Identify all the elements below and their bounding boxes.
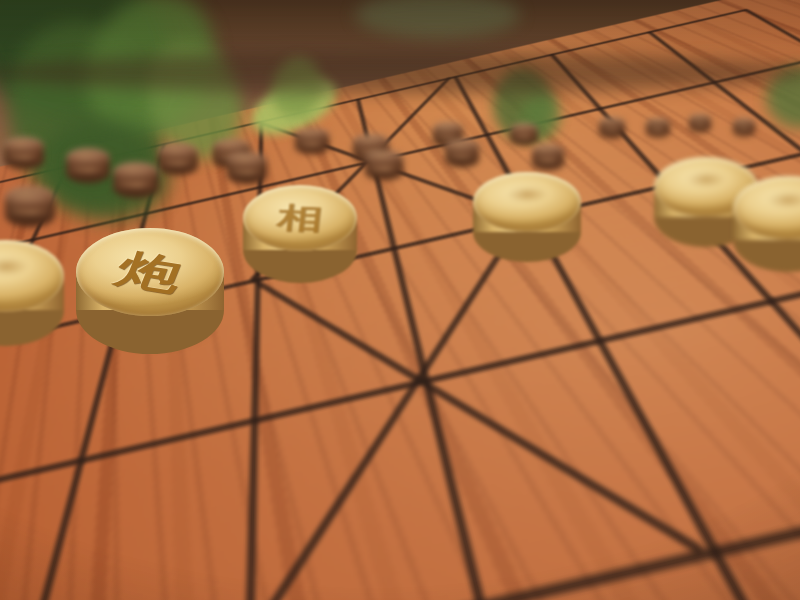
piece-illegible-engraving	[677, 168, 735, 191]
piece-glyph: 士	[667, 337, 768, 400]
piece-engraving-area	[113, 162, 159, 182]
piece-illegible-engraving	[0, 253, 38, 280]
dark-piece-17	[689, 114, 711, 132]
dark-piece-7	[227, 152, 267, 184]
piece-engraving-area	[646, 118, 670, 128]
piece-engraving-area	[689, 114, 711, 124]
piece-engraving-area	[532, 144, 564, 158]
piece-engraving-area	[510, 123, 538, 135]
dark-piece-16	[646, 118, 670, 137]
piece-engraving-area	[353, 134, 389, 150]
piece-engraving-area: 相	[243, 185, 357, 251]
piece-engraving-area: 士	[615, 304, 800, 432]
piece-engraving-area: 馬	[93, 398, 317, 538]
dark-piece-13	[510, 123, 538, 145]
dark-piece-4	[113, 162, 159, 198]
piece-engraving-area: 炮	[76, 228, 224, 316]
piece-illegible-engraving	[497, 183, 557, 206]
xiangqi-photo-scene: 炮相象馬士	[0, 0, 800, 600]
piece-glyph: 馬	[132, 423, 277, 513]
piece-engraving-area	[733, 176, 800, 240]
piece-glyph: 相	[275, 203, 324, 233]
dark-piece-18	[733, 118, 755, 136]
piece-engraving-area	[295, 128, 329, 142]
piece-engraving-area	[66, 148, 110, 168]
piece-engraving-area	[365, 150, 403, 166]
dark-piece-10	[365, 150, 403, 180]
dark-piece-14	[532, 144, 564, 170]
dark-piece-12	[445, 139, 479, 167]
dark-piece-15	[599, 117, 625, 138]
piece-engraving-area	[227, 152, 267, 170]
piece-engraving-area	[0, 240, 64, 312]
piece-illegible-engraving	[757, 188, 800, 212]
piece-glyph: 炮	[111, 248, 189, 296]
piece-engraving-area	[733, 118, 755, 128]
piece-engraving-area	[158, 143, 198, 161]
dark-piece-8	[295, 128, 329, 154]
piece-horse-ma: 馬	[93, 398, 317, 596]
piece-engraving-area	[5, 186, 55, 210]
piece-engraving-area	[473, 172, 581, 232]
piece-engraving-area	[599, 117, 625, 129]
piece-engraving-area	[4, 137, 44, 155]
piece-engraving-area	[0, 478, 72, 558]
dark-piece-2	[66, 148, 110, 183]
piece-engraving-area	[445, 139, 479, 155]
piece-engraving-area: 象	[399, 336, 623, 480]
light-piece-illegible-e	[0, 478, 72, 598]
piece-cannon-pao: 炮	[76, 228, 224, 354]
dark-piece-3	[5, 186, 55, 227]
piece-glyph: 象	[446, 368, 576, 448]
piece-illegible-engraving	[0, 492, 45, 522]
wall-rail-shadow	[0, 52, 800, 94]
dark-piece-5	[158, 143, 198, 175]
piece-engraving-area	[433, 122, 463, 136]
light-piece-illegible-c	[733, 176, 800, 272]
piece-minister-xiang: 相	[243, 185, 357, 283]
light-piece-illegible-d	[0, 240, 64, 346]
light-piece-illegible-a	[473, 172, 581, 262]
piece-elephant-xiang: 象	[399, 336, 623, 538]
piece-advisor-shi: 士	[615, 304, 800, 488]
dark-piece-1	[4, 137, 44, 169]
